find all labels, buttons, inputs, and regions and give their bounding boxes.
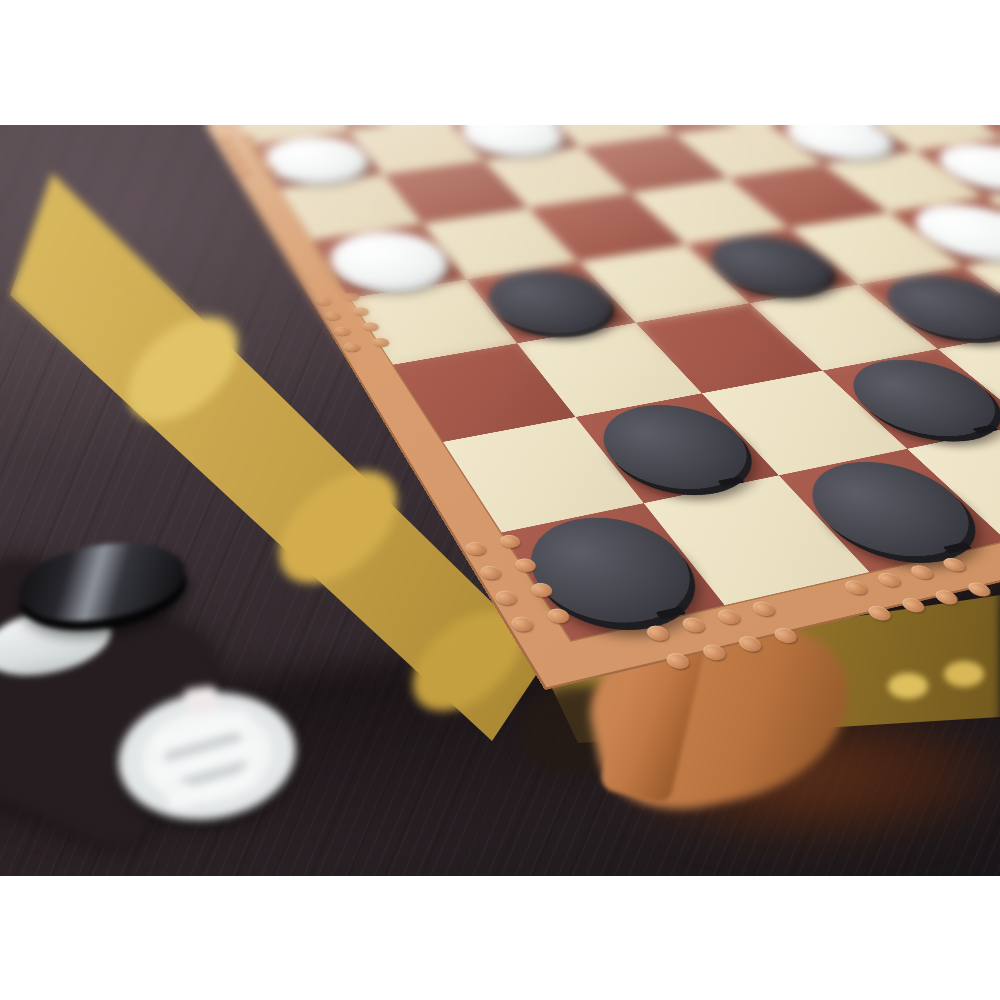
frame-stud [477,564,503,581]
frame-stud [874,571,904,588]
frame-stud [714,608,743,626]
frame-stud [463,540,489,556]
frame-stud [492,589,519,607]
frame-stud [314,296,333,306]
frame-stud [236,168,252,175]
lego-checkers-photo [0,0,1000,1000]
photo-area [0,125,1000,876]
frame-stud [699,643,729,662]
frame-stud [663,651,693,670]
frame-stud [229,158,245,165]
frame-stud [898,596,928,614]
frame-stud [841,579,871,596]
frame-stud [864,604,894,622]
frame-stud [223,148,239,155]
frame-stud [508,615,536,633]
frame-stud [907,564,937,581]
frame-stud [964,581,995,598]
frame-stud [735,634,765,653]
frame-stud [332,326,352,337]
checker-underside-notch [183,685,220,715]
frame-stud [323,311,343,321]
checkers-board [187,125,1000,690]
frame-stud [643,624,672,643]
frame-stud [217,138,232,145]
frame-stud [931,589,962,607]
frame-stud [749,600,778,618]
frame-stud [939,556,969,573]
frame-stud [771,626,801,645]
frame-stud [679,616,708,634]
frame-stud [342,342,363,353]
